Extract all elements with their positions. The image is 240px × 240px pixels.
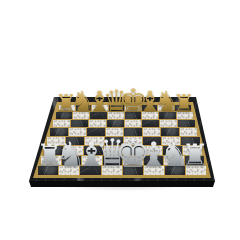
square-c6[interactable] xyxy=(89,120,106,127)
square-h6[interactable] xyxy=(178,120,195,127)
product-photo-scene: ♜♞♝♛♚♝♞♜♜♞♝♛♚♝♞♜ xyxy=(0,0,240,240)
square-f6[interactable] xyxy=(142,120,159,127)
rank-row-6 xyxy=(52,120,197,128)
square-d6[interactable] xyxy=(107,120,124,127)
square-a6[interactable] xyxy=(53,120,70,127)
piece-silver-rook-h2[interactable]: ♜ xyxy=(181,140,209,171)
square-b6[interactable] xyxy=(71,120,88,127)
square-g6[interactable] xyxy=(160,120,177,127)
square-e6[interactable] xyxy=(125,120,142,127)
piece-gold-rook-h8[interactable]: ♜ xyxy=(172,91,194,116)
